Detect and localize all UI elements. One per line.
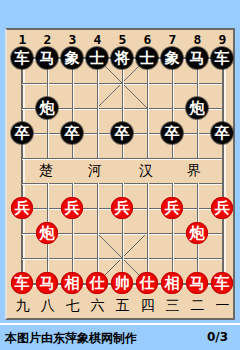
piece-red-elephant[interactable]: 相: [161, 272, 183, 294]
piece-black-soldier[interactable]: 卒: [111, 122, 133, 144]
grid-vline: [97, 58, 98, 158]
file-label-bottom: 五: [110, 297, 135, 315]
grid-vline: [97, 183, 98, 283]
piece-black-horse[interactable]: 马: [36, 47, 58, 69]
file-label-top: 7: [160, 32, 185, 47]
river-text: 河: [84, 162, 106, 180]
piece-black-chariot[interactable]: 车: [211, 47, 233, 69]
file-label-top: 3: [60, 32, 85, 47]
piece-red-soldier[interactable]: 兵: [211, 197, 233, 219]
piece-red-elephant[interactable]: 相: [61, 272, 83, 294]
piece-black-soldier[interactable]: 卒: [161, 122, 183, 144]
river-text: 界: [183, 162, 205, 180]
move-counter: 0/3: [207, 330, 228, 344]
piece-black-advisor[interactable]: 士: [86, 47, 108, 69]
piece-red-soldier[interactable]: 兵: [111, 197, 133, 219]
file-label-bottom: 八: [35, 297, 60, 315]
file-label-top: 4: [85, 32, 110, 47]
xiangqi-app-window: { "game": "xiangqi", "position": { "fen"…: [0, 0, 240, 350]
piece-red-soldier[interactable]: 兵: [61, 197, 83, 219]
grid-vline: [147, 58, 148, 158]
file-label-top: 5: [110, 32, 135, 47]
piece-black-soldier[interactable]: 卒: [11, 122, 33, 144]
grid-vline: [147, 183, 148, 283]
piece-black-soldier[interactable]: 卒: [61, 122, 83, 144]
piece-red-chariot[interactable]: 车: [11, 272, 33, 294]
file-label-top: 2: [35, 32, 60, 47]
file-label-top: 1: [10, 32, 35, 47]
piece-black-general[interactable]: 将: [111, 47, 133, 69]
piece-red-advisor[interactable]: 仕: [86, 272, 108, 294]
piece-red-soldier[interactable]: 兵: [11, 197, 33, 219]
file-label-top: 8: [185, 32, 210, 47]
river-text: 楚: [35, 162, 57, 180]
piece-black-soldier[interactable]: 卒: [211, 122, 233, 144]
piece-red-cannon[interactable]: 炮: [186, 222, 208, 244]
file-label-bottom: 二: [185, 297, 210, 315]
file-label-bottom: 四: [135, 297, 160, 315]
piece-black-horse[interactable]: 马: [186, 47, 208, 69]
file-label-bottom: 九: [10, 297, 35, 315]
piece-black-cannon[interactable]: 炮: [36, 97, 58, 119]
piece-red-cannon[interactable]: 炮: [36, 222, 58, 244]
piece-black-elephant[interactable]: 象: [61, 47, 83, 69]
piece-black-advisor[interactable]: 士: [136, 47, 158, 69]
footer-credit-text: 本图片由东萍象棋网制作: [5, 330, 137, 347]
piece-red-advisor[interactable]: 仕: [136, 272, 158, 294]
piece-red-horse[interactable]: 马: [186, 272, 208, 294]
river-text: 汉: [135, 162, 157, 180]
piece-black-elephant[interactable]: 象: [161, 47, 183, 69]
file-label-bottom: 七: [60, 297, 85, 315]
file-label-bottom: 一: [210, 297, 235, 315]
file-label-bottom: 三: [160, 297, 185, 315]
piece-red-horse[interactable]: 马: [36, 272, 58, 294]
grid-hline: [22, 158, 222, 159]
piece-red-general[interactable]: 帅: [111, 272, 133, 294]
piece-red-soldier[interactable]: 兵: [161, 197, 183, 219]
file-label-top: 6: [135, 32, 160, 47]
piece-black-chariot[interactable]: 车: [11, 47, 33, 69]
piece-black-cannon[interactable]: 炮: [186, 97, 208, 119]
xiangqi-board: 123456789九八七六五四三二一楚河汉界车马象士将士象马车炮炮卒卒卒卒卒兵兵…: [5, 28, 235, 320]
file-label-top: 9: [210, 32, 235, 47]
piece-red-chariot[interactable]: 车: [211, 272, 233, 294]
file-label-bottom: 六: [85, 297, 110, 315]
footer-divider: [0, 323, 240, 325]
